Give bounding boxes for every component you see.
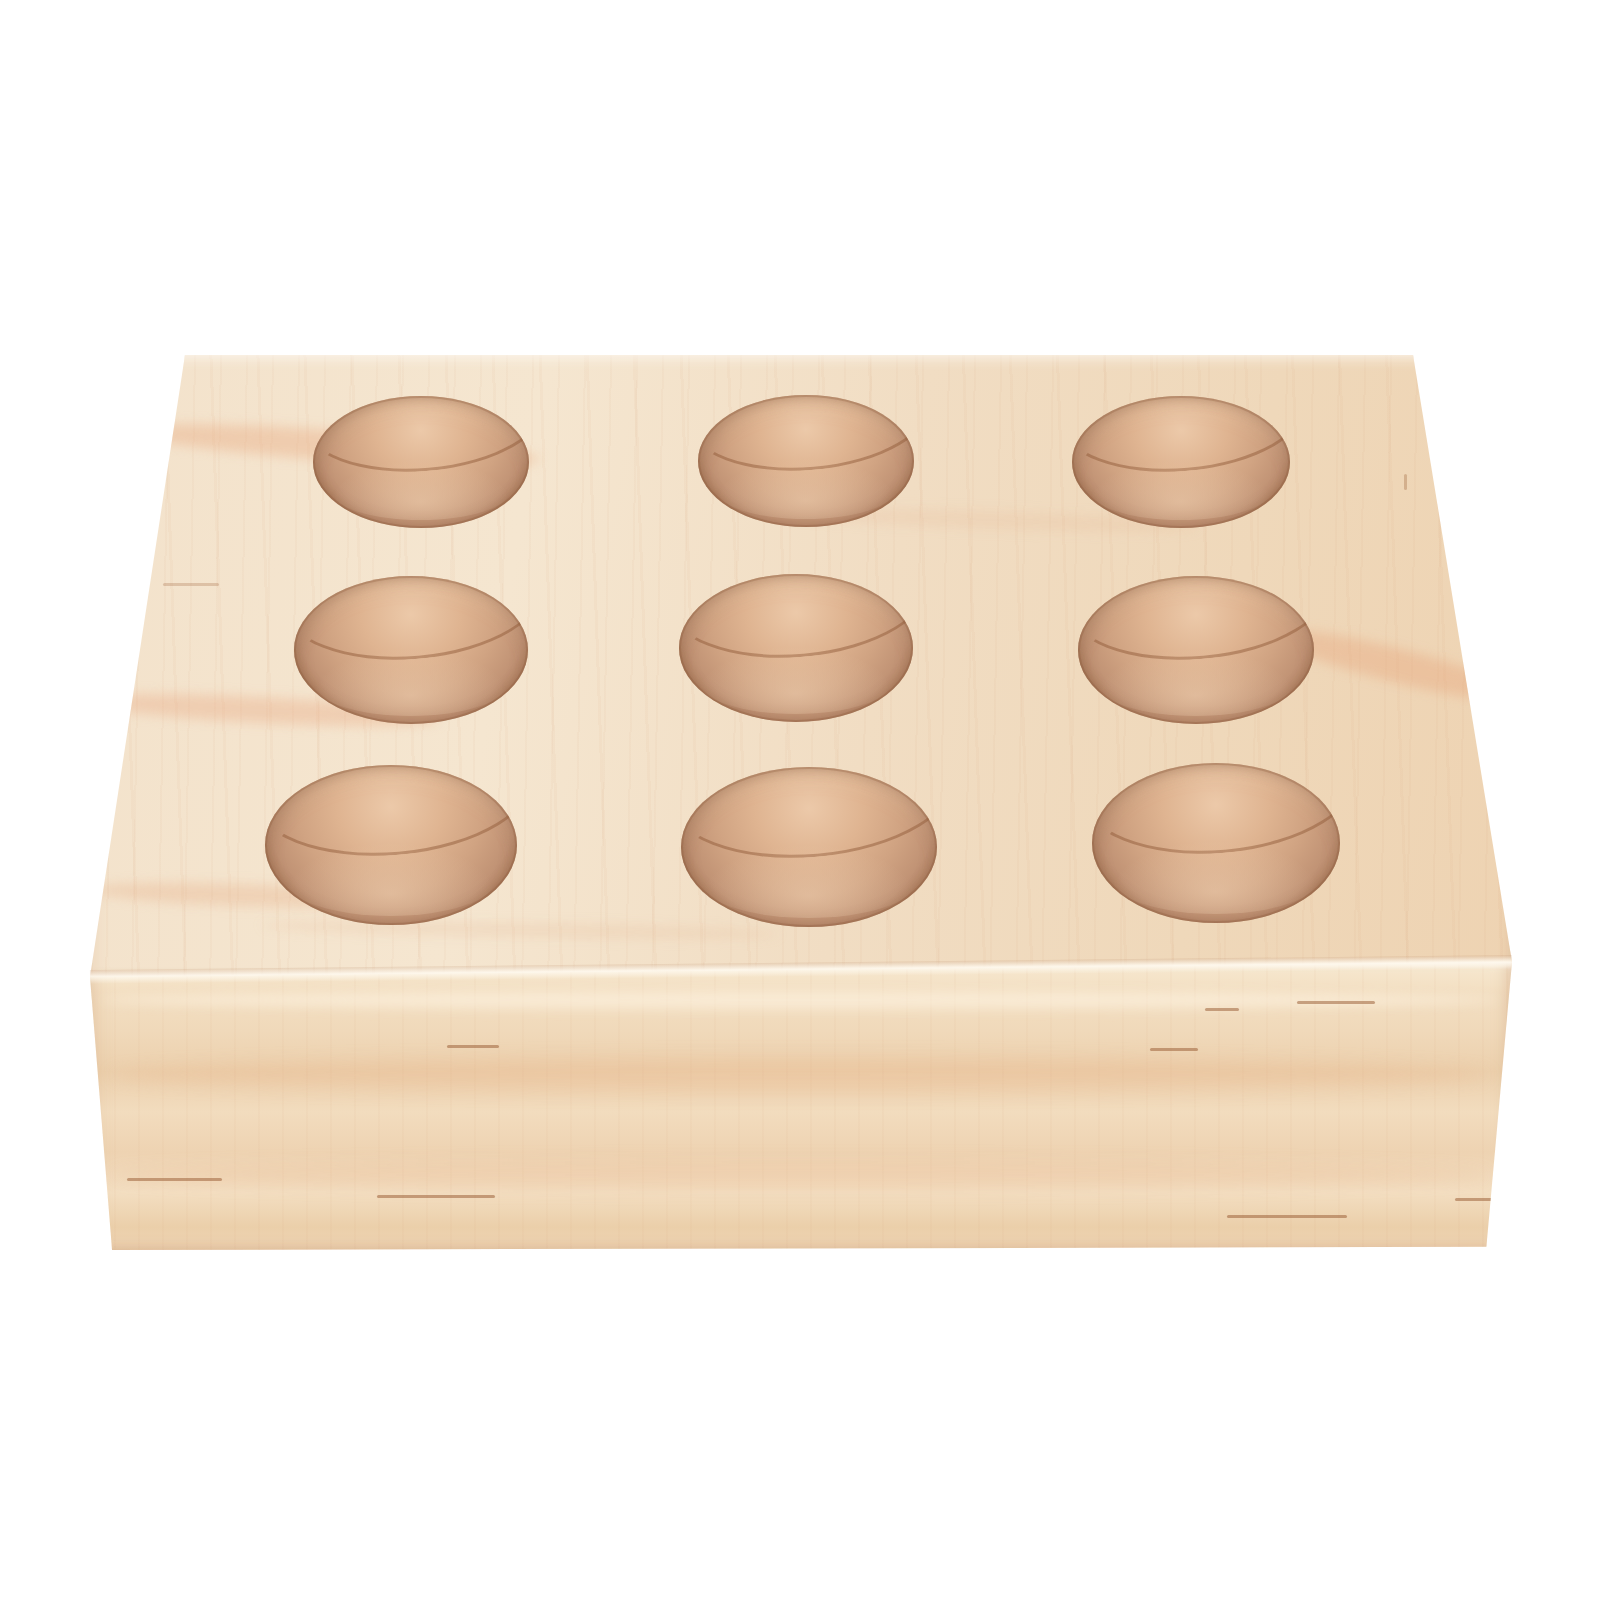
board-cell[interactable] [998, 749, 1393, 941]
wood-crack [1404, 474, 1407, 490]
wood-crack [1227, 1215, 1347, 1218]
product-photo-canvas [0, 0, 1600, 1600]
wood-crack [1150, 1048, 1198, 1051]
board-hole-empty [698, 395, 914, 527]
board-hole-empty [1092, 763, 1340, 923]
board-cell[interactable] [998, 558, 1393, 750]
board-hole-empty [681, 767, 937, 927]
board-hole-empty [265, 765, 517, 925]
wood-crack [377, 1195, 495, 1198]
board-cell[interactable] [208, 558, 603, 750]
board-cell[interactable] [998, 366, 1393, 558]
wood-crack [127, 1178, 222, 1181]
board-hole-empty [313, 396, 529, 528]
board-cell[interactable] [208, 749, 603, 941]
wood-crack [1205, 1008, 1239, 1011]
board-hole-empty [1078, 576, 1314, 724]
board-hole-empty [679, 574, 913, 722]
board-cell[interactable] [603, 366, 998, 558]
board-hole-empty [294, 576, 528, 724]
wood-crack [1297, 1001, 1375, 1004]
board-hole-empty [1072, 396, 1290, 528]
wood-crack [1455, 1198, 1497, 1201]
board-cell[interactable] [208, 366, 603, 558]
board-front-face [90, 962, 1512, 1250]
wood-grain-streak [110, 1160, 1490, 1190]
hole-grid [208, 366, 1393, 941]
wood-grain-streak [110, 1057, 1490, 1093]
board-cell[interactable] [603, 749, 998, 941]
wood-grain-streak [100, 991, 1500, 1009]
board-cell[interactable] [603, 558, 998, 750]
wood-crack [447, 1045, 499, 1048]
board-top-face [90, 355, 1512, 977]
